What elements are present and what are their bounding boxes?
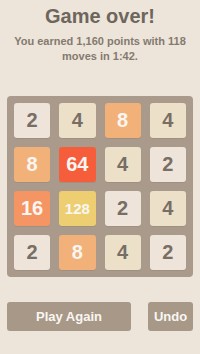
message-line-1: You earned 1,160 points with 118 <box>5 34 195 49</box>
undo-button[interactable]: Undo <box>148 302 193 331</box>
tile-2: 2 <box>14 235 50 270</box>
tile-4: 4 <box>105 235 141 270</box>
tile-2: 2 <box>150 147 186 182</box>
tile-2: 2 <box>150 235 186 270</box>
tile-2: 2 <box>14 103 50 138</box>
tile-8: 8 <box>14 147 50 182</box>
tile-128: 128 <box>59 191 95 226</box>
game-over-message: You earned 1,160 points with 118 moves i… <box>5 34 195 64</box>
tile-2: 2 <box>105 191 141 226</box>
board-grid: 24848644216128242842 <box>7 96 193 277</box>
tile-8: 8 <box>105 103 141 138</box>
tile-4: 4 <box>150 191 186 226</box>
message-line-2: moves in 1:42. <box>5 49 195 64</box>
tile-4: 4 <box>105 147 141 182</box>
tile-16: 16 <box>14 191 50 226</box>
tile-64: 64 <box>59 147 95 182</box>
tile-8: 8 <box>59 235 95 270</box>
page-title: Game over! <box>0 5 200 28</box>
tile-4: 4 <box>59 103 95 138</box>
play-again-button[interactable]: Play Again <box>7 302 131 331</box>
tile-4: 4 <box>150 103 186 138</box>
